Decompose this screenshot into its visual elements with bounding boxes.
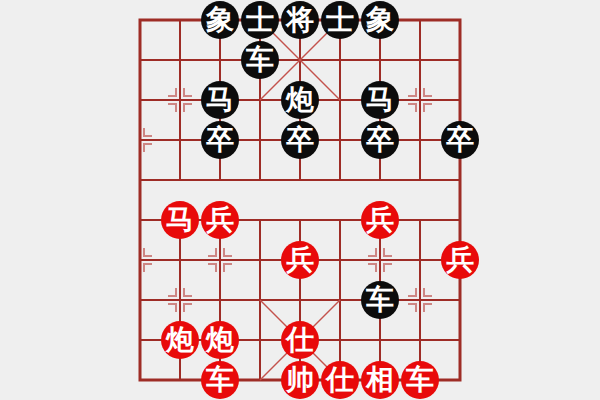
black-elephant[interactable]: 象 bbox=[201, 1, 239, 39]
board-cell: 卒 bbox=[200, 120, 240, 160]
board-cell: 仕 bbox=[280, 320, 320, 360]
red-soldier[interactable]: 兵 bbox=[201, 201, 239, 239]
board-cell: 车 bbox=[240, 40, 280, 80]
board-cell: 车 bbox=[360, 280, 400, 320]
board-cell: 将 bbox=[280, 0, 320, 40]
board-cell: 兵 bbox=[200, 200, 240, 240]
black-chariot[interactable]: 车 bbox=[361, 281, 399, 319]
black-elephant[interactable]: 象 bbox=[361, 1, 399, 39]
board-cell: 炮 bbox=[200, 320, 240, 360]
board-cell: 马 bbox=[160, 200, 200, 240]
board-cell: 炮 bbox=[160, 320, 200, 360]
board-cell: 仕 bbox=[320, 360, 360, 400]
red-soldier[interactable]: 兵 bbox=[361, 201, 399, 239]
board-cell: 马 bbox=[360, 80, 400, 120]
red-chariot[interactable]: 车 bbox=[401, 361, 439, 399]
board-area: 象士将士象车马炮马卒卒卒卒马兵兵兵兵车炮炮仕车帅仕相车 bbox=[0, 0, 600, 400]
black-soldier[interactable]: 卒 bbox=[201, 121, 239, 159]
board-cell: 卒 bbox=[360, 120, 400, 160]
red-soldier[interactable]: 兵 bbox=[441, 241, 479, 279]
red-cannon[interactable]: 炮 bbox=[161, 321, 199, 359]
black-soldier[interactable]: 卒 bbox=[441, 121, 479, 159]
board-cell: 卒 bbox=[440, 120, 480, 160]
black-soldier[interactable]: 卒 bbox=[281, 121, 319, 159]
black-soldier[interactable]: 卒 bbox=[361, 121, 399, 159]
board-cell: 马 bbox=[200, 80, 240, 120]
board: 象士将士象车马炮马卒卒卒卒马兵兵兵兵车炮炮仕车帅仕相车 bbox=[120, 0, 480, 400]
board-cell: 帅 bbox=[280, 360, 320, 400]
red-horse[interactable]: 马 bbox=[161, 201, 199, 239]
board-cell: 炮 bbox=[280, 80, 320, 120]
black-advisor[interactable]: 士 bbox=[241, 1, 279, 39]
red-advisor[interactable]: 仕 bbox=[281, 321, 319, 359]
board-cell: 象 bbox=[200, 0, 240, 40]
board-cell: 士 bbox=[240, 0, 280, 40]
board-cell: 兵 bbox=[440, 240, 480, 280]
board-cell: 士 bbox=[320, 0, 360, 40]
black-chariot[interactable]: 车 bbox=[241, 41, 279, 79]
black-horse[interactable]: 马 bbox=[201, 81, 239, 119]
red-advisor[interactable]: 仕 bbox=[321, 361, 359, 399]
board-cell: 车 bbox=[200, 360, 240, 400]
red-cannon[interactable]: 炮 bbox=[201, 321, 239, 359]
red-soldier[interactable]: 兵 bbox=[281, 241, 319, 279]
board-cell: 兵 bbox=[360, 200, 400, 240]
black-cannon[interactable]: 炮 bbox=[281, 81, 319, 119]
board-cell: 相 bbox=[360, 360, 400, 400]
red-general[interactable]: 帅 bbox=[281, 361, 319, 399]
red-elephant[interactable]: 相 bbox=[361, 361, 399, 399]
black-general[interactable]: 将 bbox=[281, 1, 319, 39]
black-horse[interactable]: 马 bbox=[361, 81, 399, 119]
black-advisor[interactable]: 士 bbox=[321, 1, 359, 39]
red-chariot[interactable]: 车 bbox=[201, 361, 239, 399]
board-cell: 象 bbox=[360, 0, 400, 40]
board-cell: 车 bbox=[400, 360, 440, 400]
board-cell: 卒 bbox=[280, 120, 320, 160]
board-cell: 兵 bbox=[280, 240, 320, 280]
